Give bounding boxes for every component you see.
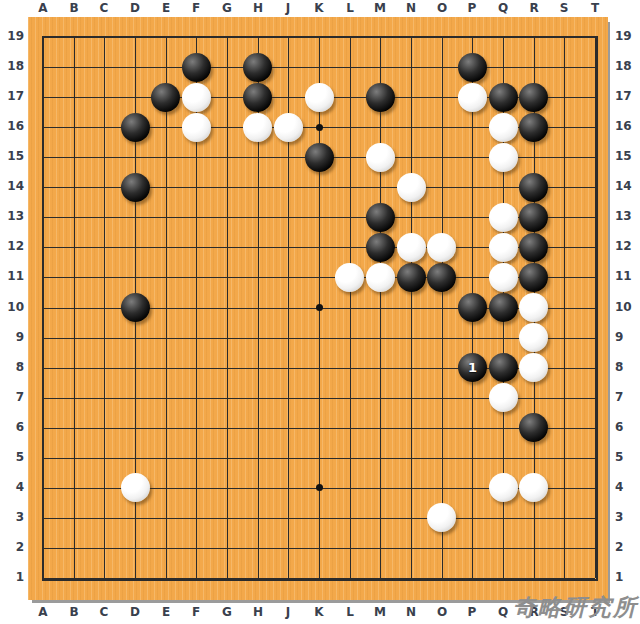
coord-label-top-T: T [584,1,606,16]
coord-label-bottom-E: E [155,605,177,620]
black-stone-P18 [458,53,487,82]
coord-label-right-1: 1 [615,570,640,585]
coord-label-bottom-K: K [308,605,330,620]
black-stone-R14 [519,173,548,202]
coord-label-left-11: 11 [0,269,24,284]
coord-label-left-19: 19 [0,29,24,44]
black-stone-O11 [427,263,456,292]
coord-label-right-10: 10 [615,300,640,315]
coord-label-left-6: 6 [0,420,24,435]
coord-label-right-3: 3 [615,510,640,525]
coord-label-right-2: 2 [615,540,640,555]
coord-label-left-15: 15 [0,149,24,164]
white-stone-O3 [427,503,456,532]
coord-label-left-4: 4 [0,480,24,495]
black-stone-R17 [519,83,548,112]
white-stone-K17 [305,83,334,112]
coord-label-bottom-L: L [339,605,361,620]
go-board[interactable]: 1 [28,17,608,600]
coord-label-top-A: A [32,1,54,16]
coord-label-top-R: R [523,1,545,16]
coord-label-left-9: 9 [0,330,24,345]
black-stone-M12 [366,233,395,262]
black-stone-R16 [519,113,548,142]
black-stone-K15 [305,143,334,172]
coord-label-bottom-D: D [124,605,146,620]
black-stone-D14 [121,173,150,202]
coord-label-left-13: 13 [0,209,24,224]
coord-label-bottom-H: H [247,605,269,620]
coord-label-right-19: 19 [615,29,640,44]
black-stone-D16 [121,113,150,142]
coord-label-top-S: S [553,1,575,16]
coord-label-right-8: 8 [615,360,640,375]
coord-label-top-K: K [308,1,330,16]
coord-label-left-2: 2 [0,540,24,555]
coord-label-right-16: 16 [615,119,640,134]
coord-label-top-P: P [461,1,483,16]
white-stone-J16 [274,113,303,142]
coord-label-right-13: 13 [615,209,640,224]
black-stone-H17 [243,83,272,112]
black-stone-Q8 [489,353,518,382]
white-stone-R8 [519,353,548,382]
coord-label-bottom-P: P [461,605,483,620]
white-stone-M11 [366,263,395,292]
black-stone-R6 [519,413,548,442]
coord-label-right-4: 4 [615,480,640,495]
coord-label-right-6: 6 [615,420,640,435]
coord-label-left-16: 16 [0,119,24,134]
coord-label-right-5: 5 [615,450,640,465]
coord-label-bottom-J: J [277,605,299,620]
coord-label-bottom-G: G [216,605,238,620]
black-stone-D10 [121,293,150,322]
coord-label-top-B: B [63,1,85,16]
white-stone-Q4 [489,473,518,502]
black-stone-H18 [243,53,272,82]
coord-label-bottom-O: O [431,605,453,620]
coord-label-left-10: 10 [0,300,24,315]
black-stone-P8: 1 [458,353,487,382]
coord-label-top-C: C [93,1,115,16]
coord-label-bottom-A: A [32,605,54,620]
white-stone-H16 [243,113,272,142]
black-stone-R12 [519,233,548,262]
black-stone-P10 [458,293,487,322]
coord-label-left-18: 18 [0,59,24,74]
white-stone-N14 [397,173,426,202]
coord-label-left-7: 7 [0,390,24,405]
coord-label-right-11: 11 [615,269,640,284]
black-stone-F18 [182,53,211,82]
black-stone-R13 [519,203,548,232]
coord-label-left-1: 1 [0,570,24,585]
white-stone-R4 [519,473,548,502]
coord-label-right-15: 15 [615,149,640,164]
white-stone-Q15 [489,143,518,172]
coord-label-top-D: D [124,1,146,16]
coord-label-left-5: 5 [0,450,24,465]
coord-label-top-E: E [155,1,177,16]
coord-label-top-J: J [277,1,299,16]
star-point [316,124,323,131]
coord-label-top-Q: Q [492,1,514,16]
coord-label-top-L: L [339,1,361,16]
coord-label-left-17: 17 [0,89,24,104]
coord-label-right-7: 7 [615,390,640,405]
coord-label-left-14: 14 [0,179,24,194]
coord-label-right-18: 18 [615,59,640,74]
black-stone-M13 [366,203,395,232]
coord-label-top-G: G [216,1,238,16]
black-stone-M17 [366,83,395,112]
coord-label-left-12: 12 [0,239,24,254]
star-point [316,304,323,311]
white-stone-O12 [427,233,456,262]
coord-label-right-9: 9 [615,330,640,345]
coord-label-right-14: 14 [615,179,640,194]
coord-label-top-M: M [369,1,391,16]
coord-label-left-3: 3 [0,510,24,525]
black-stone-E17 [151,83,180,112]
coord-label-right-17: 17 [615,89,640,104]
coord-label-top-N: N [400,1,422,16]
coord-label-top-H: H [247,1,269,16]
coord-label-left-8: 8 [0,360,24,375]
coord-label-bottom-C: C [93,605,115,620]
white-stone-N12 [397,233,426,262]
white-stone-Q12 [489,233,518,262]
coord-label-bottom-M: M [369,605,391,620]
white-stone-Q7 [489,383,518,412]
coord-label-bottom-N: N [400,605,422,620]
white-stone-L11 [335,263,364,292]
watermark: 奇略研究所 [513,592,638,623]
white-stone-P17 [458,83,487,112]
white-stone-Q16 [489,113,518,142]
black-stone-Q10 [489,293,518,322]
white-stone-R9 [519,323,548,352]
coord-label-right-12: 12 [615,239,640,254]
coord-label-bottom-Q: Q [492,605,514,620]
black-stone-Q17 [489,83,518,112]
white-stone-F17 [182,83,211,112]
black-stone-R11 [519,263,548,292]
go-diagram: 1 奇略研究所 AABBCCDDEEFFGGHHJJKKLLMMNNOOPPQQ… [0,0,640,624]
white-stone-Q11 [489,263,518,292]
star-point [316,484,323,491]
coord-label-top-F: F [185,1,207,16]
white-stone-M15 [366,143,395,172]
coord-label-top-O: O [431,1,453,16]
white-stone-D4 [121,473,150,502]
white-stone-Q13 [489,203,518,232]
white-stone-F16 [182,113,211,142]
coord-label-bottom-B: B [63,605,85,620]
white-stone-R10 [519,293,548,322]
coord-label-bottom-F: F [185,605,207,620]
black-stone-N11 [397,263,426,292]
move-number-label: 1 [468,361,477,374]
